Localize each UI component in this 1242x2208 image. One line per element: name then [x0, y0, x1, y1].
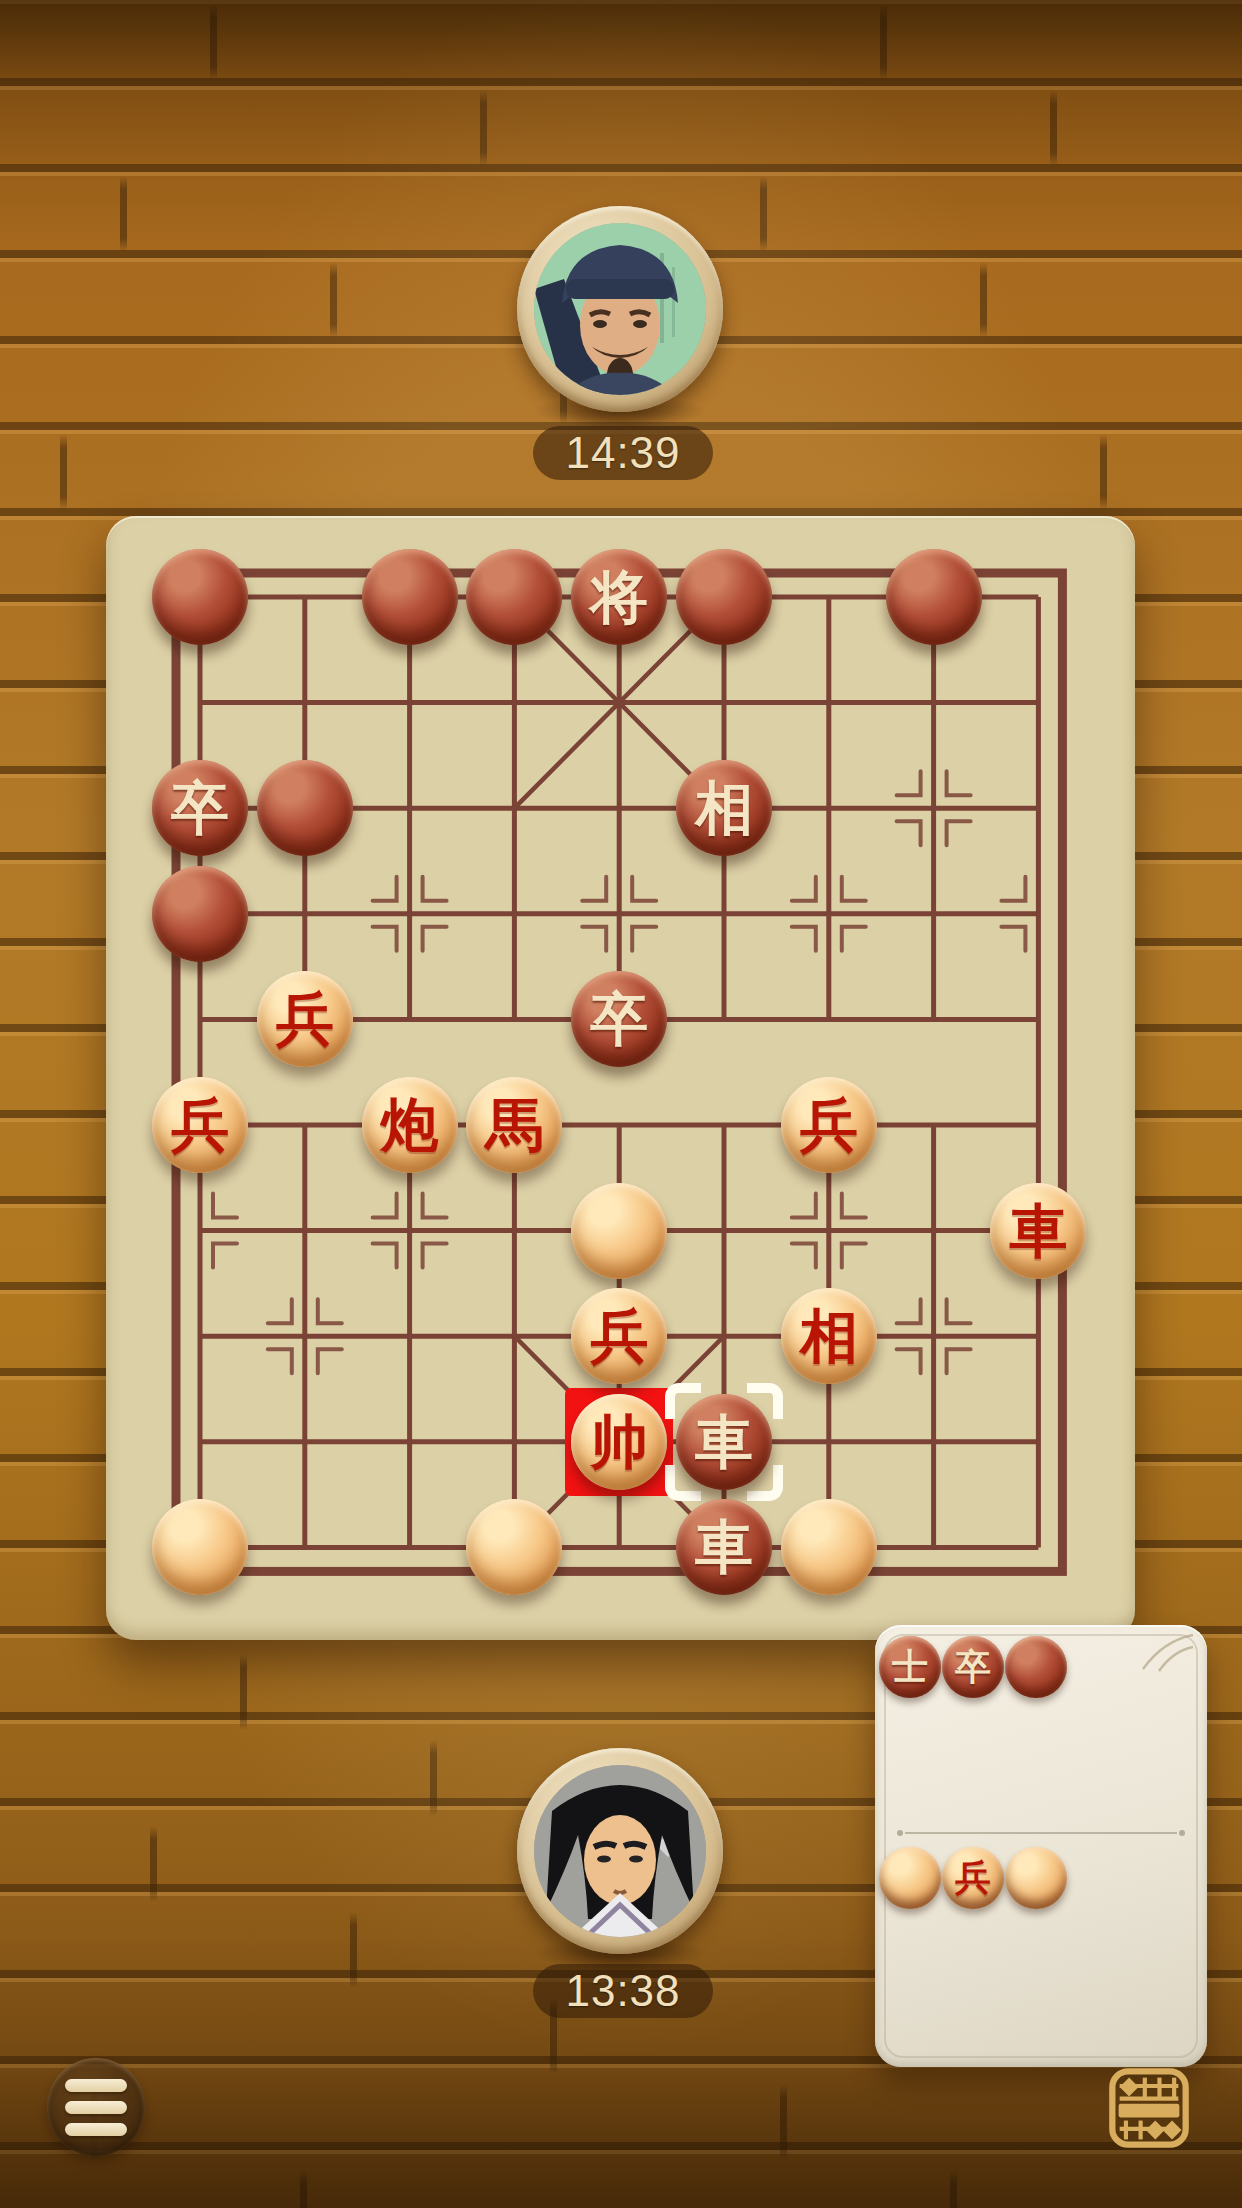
piece-兵-f2r5[interactable]: 兵 — [257, 971, 353, 1067]
piece-hidden-f4r1[interactable] — [466, 549, 562, 645]
piece-卒-f5r5[interactable]: 卒 — [571, 971, 667, 1067]
piece-hidden-f2r3[interactable] — [257, 760, 353, 856]
piece-兵-f5r8[interactable]: 兵 — [571, 1288, 667, 1384]
piece-hidden-f6r1[interactable] — [676, 549, 772, 645]
player-timer: 13:38 — [533, 1964, 713, 2018]
piece-車-f9r7[interactable]: 車 — [990, 1183, 1086, 1279]
piece-兵-f1r6[interactable]: 兵 — [152, 1077, 248, 1173]
piece-hidden-f1r10[interactable] — [152, 1499, 248, 1595]
piece-卒-f1r3[interactable]: 卒 — [152, 760, 248, 856]
piece-hidden-f1r4[interactable] — [152, 866, 248, 962]
piece-hidden-f3r1[interactable] — [362, 549, 458, 645]
opponent-portrait — [534, 223, 706, 395]
tray-divider — [905, 1832, 1177, 1834]
piece-相-f6r3[interactable]: 相 — [676, 760, 772, 856]
piece-帅-f5r9[interactable]: 帅 — [571, 1394, 667, 1490]
piece-hidden-f4r10[interactable] — [466, 1499, 562, 1595]
captured-hidden — [1005, 1636, 1067, 1698]
captured-hidden — [879, 1847, 941, 1909]
captured-dark-row: 士卒 — [879, 1636, 1067, 1698]
piece-車-f6r10[interactable]: 車 — [676, 1499, 772, 1595]
piece-車-f6r9[interactable]: 車 — [676, 1394, 772, 1490]
captured-light-row: 兵 — [879, 1847, 1067, 1909]
captured-pieces-tray: 士卒 兵 — [875, 1625, 1207, 2067]
piece-兵-f7r6[interactable]: 兵 — [781, 1077, 877, 1173]
piece-hidden-f5r7[interactable] — [571, 1183, 667, 1279]
hamburger-icon — [65, 2079, 127, 2092]
piece-馬-f4r6[interactable]: 馬 — [466, 1077, 562, 1173]
piece-相-f7r8[interactable]: 相 — [781, 1288, 877, 1384]
captured-hidden — [1005, 1847, 1067, 1909]
piece-将-f5r1[interactable]: 将 — [571, 549, 667, 645]
opponent-time-text: 14:39 — [565, 428, 680, 478]
opponent-avatar[interactable] — [517, 206, 723, 412]
player-portrait — [534, 1765, 706, 1937]
captured-卒: 卒 — [942, 1636, 1004, 1698]
menu-button[interactable] — [47, 2058, 145, 2156]
captured-士: 士 — [879, 1636, 941, 1698]
piece-炮-f3r6[interactable]: 炮 — [362, 1077, 458, 1173]
board-style-button[interactable] — [1105, 2064, 1193, 2152]
xiangqi-board[interactable]: 将卒相兵卒兵炮馬兵車兵相帅車車 — [106, 516, 1135, 1640]
piece-hidden-f8r1[interactable] — [886, 549, 982, 645]
leaf-decoration — [1129, 1633, 1199, 1679]
captured-兵: 兵 — [942, 1847, 1004, 1909]
pieces-layer: 将卒相兵卒兵炮馬兵車兵相帅車車 — [106, 516, 1135, 1640]
piece-hidden-f1r1[interactable] — [152, 549, 248, 645]
piece-hidden-f7r10[interactable] — [781, 1499, 877, 1595]
opponent-timer: 14:39 — [533, 426, 713, 480]
player-time-text: 13:38 — [565, 1966, 680, 2016]
mini-board-icon — [1105, 2064, 1193, 2152]
player-avatar[interactable] — [517, 1748, 723, 1954]
